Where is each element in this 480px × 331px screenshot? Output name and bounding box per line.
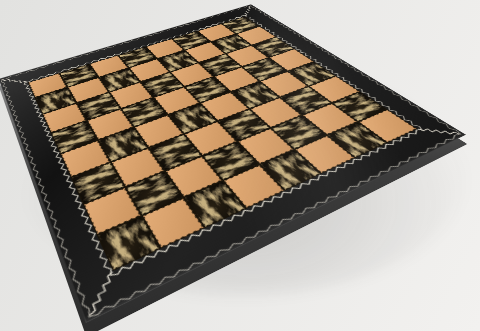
square-e3[interactable] xyxy=(218,109,271,142)
marble-square-face xyxy=(126,171,183,215)
marble-square-face xyxy=(271,116,326,149)
square-e2[interactable] xyxy=(237,128,294,165)
leather-square-face xyxy=(295,136,355,174)
marble-texture xyxy=(328,122,387,157)
marble-texture xyxy=(98,216,160,270)
scene-background xyxy=(0,0,480,331)
marble-square-face xyxy=(260,150,320,190)
square-b5[interactable] xyxy=(87,109,134,140)
leather-square-face xyxy=(238,128,294,164)
square-a4[interactable] xyxy=(60,140,111,177)
square-b3[interactable] xyxy=(111,148,165,187)
square-a3[interactable] xyxy=(71,162,125,204)
square-h1[interactable] xyxy=(358,109,418,143)
marble-square-face xyxy=(203,142,259,180)
square-d4[interactable] xyxy=(168,103,218,134)
marble-texture xyxy=(260,150,320,190)
marble-texture xyxy=(51,121,97,154)
square-f3[interactable] xyxy=(249,97,302,128)
leather-square-face xyxy=(359,109,417,142)
marble-texture xyxy=(218,109,270,141)
leather-square-face xyxy=(165,156,222,197)
leather-square-face xyxy=(61,140,110,177)
leather-square-face xyxy=(84,188,141,235)
square-b2[interactable] xyxy=(125,171,183,216)
marble-texture xyxy=(71,163,124,204)
square-g2[interactable] xyxy=(302,103,358,135)
marble-texture xyxy=(149,134,202,170)
leather-square-face xyxy=(134,115,183,147)
marble-texture xyxy=(203,142,259,180)
marble-square-face xyxy=(218,109,270,141)
square-e1[interactable] xyxy=(260,149,322,190)
square-b4[interactable] xyxy=(98,127,148,162)
marble-texture xyxy=(99,127,148,161)
leather-square-face xyxy=(223,165,284,208)
square-b1[interactable] xyxy=(142,198,205,249)
square-c1[interactable] xyxy=(183,180,246,228)
marble-square-face xyxy=(184,181,245,227)
leather-square-face xyxy=(184,121,236,155)
marble-texture xyxy=(184,181,245,227)
square-c2[interactable] xyxy=(165,156,223,198)
marble-square-face xyxy=(98,216,160,270)
square-d2[interactable] xyxy=(202,141,259,180)
marble-square-face xyxy=(328,122,387,157)
leather-square-face xyxy=(250,98,301,128)
marble-square-face xyxy=(149,134,202,170)
square-a5[interactable] xyxy=(51,121,98,154)
square-a1[interactable] xyxy=(97,216,161,271)
square-d1[interactable] xyxy=(223,164,285,208)
square-h2[interactable] xyxy=(332,92,387,122)
marble-square-face xyxy=(99,127,148,161)
leather-square-face xyxy=(142,198,204,248)
leather-square-face xyxy=(87,109,133,140)
square-c3[interactable] xyxy=(148,134,202,171)
marble-texture xyxy=(168,103,217,133)
square-g1[interactable] xyxy=(327,122,387,158)
square-a2[interactable] xyxy=(83,187,142,235)
marble-square-face xyxy=(332,92,386,122)
square-f1[interactable] xyxy=(294,135,355,174)
marble-texture xyxy=(271,116,326,149)
marble-square-face xyxy=(168,103,217,133)
leather-square-face xyxy=(111,148,164,187)
square-d3[interactable] xyxy=(184,121,237,156)
square-f2[interactable] xyxy=(271,115,327,149)
marble-texture xyxy=(332,92,386,122)
marble-square-face xyxy=(71,163,124,204)
square-c4[interactable] xyxy=(134,115,184,148)
leather-square-face xyxy=(303,103,358,134)
marble-texture xyxy=(126,171,183,215)
marble-square-face xyxy=(51,121,97,154)
